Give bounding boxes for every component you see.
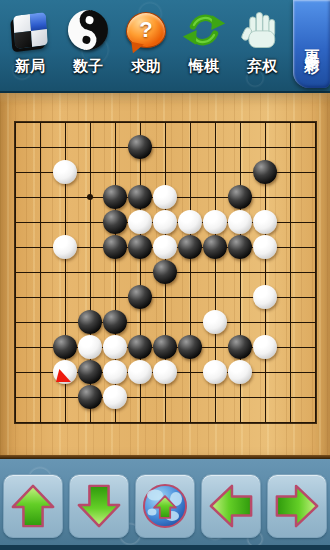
pass-hand-icon (241, 8, 283, 52)
white-stone (253, 210, 277, 234)
arrow-up-icon (10, 483, 56, 529)
white-stone (103, 360, 127, 384)
white-stone (253, 285, 277, 309)
undo-move-label: 悔棋 (189, 56, 219, 76)
black-stone (78, 360, 102, 384)
undo-iconbox (182, 4, 226, 56)
bottom-dark-strip (0, 545, 330, 550)
black-stone (128, 335, 152, 359)
pass-label: 弃权 (247, 56, 277, 76)
black-stone (128, 135, 152, 159)
white-stone (153, 360, 177, 384)
pass-iconbox (241, 4, 283, 56)
arrow-right-icon (274, 483, 320, 529)
black-stone (178, 335, 202, 359)
arrow-down-button[interactable] (69, 474, 129, 538)
top-toolbar: 新局 数子 ? 求助 (0, 0, 330, 93)
white-stone (153, 185, 177, 209)
black-stone (53, 335, 77, 359)
help-label: 求助 (131, 56, 161, 76)
pass-button[interactable]: 弃权 (234, 0, 290, 88)
help-iconbox: ? (126, 4, 166, 56)
arrow-down-icon (76, 483, 122, 529)
white-stone (203, 360, 227, 384)
globe-upload-button[interactable] (135, 474, 195, 538)
arrow-right-button[interactable] (267, 474, 327, 538)
white-stone (153, 235, 177, 259)
black-stone (78, 385, 102, 409)
white-stone (128, 360, 152, 384)
white-stone (253, 335, 277, 359)
white-stone (228, 210, 252, 234)
new-game-board-icon (12, 12, 47, 49)
more-button[interactable]: 更多精彩 (293, 0, 330, 88)
count-iconbox (68, 4, 108, 56)
help-bubble-icon: ? (126, 12, 166, 48)
globe-upload-icon (141, 482, 189, 530)
white-stone (203, 210, 227, 234)
black-stone (228, 335, 252, 359)
question-mark: ? (139, 19, 152, 41)
white-stone (53, 160, 77, 184)
more-button-label: 更多精彩 (302, 38, 321, 50)
count-stones-button[interactable]: 数子 (60, 0, 116, 88)
bottom-toolbar-buttons (3, 474, 327, 538)
white-stone (103, 385, 127, 409)
new-game-iconbox (14, 4, 47, 56)
new-game-button[interactable]: 新局 (2, 0, 58, 88)
black-stone (228, 185, 252, 209)
arrow-left-button[interactable] (201, 474, 261, 538)
white-stone (228, 360, 252, 384)
white-stone (203, 310, 227, 334)
new-game-label: 新局 (15, 56, 45, 76)
black-stone (78, 310, 102, 334)
black-stone (178, 235, 202, 259)
star-point (87, 194, 93, 200)
help-button[interactable]: ? 求助 (118, 0, 174, 88)
undo-move-button[interactable]: 悔棋 (176, 0, 232, 88)
black-stone (228, 235, 252, 259)
arrow-up-button[interactable] (3, 474, 63, 538)
count-stones-label: 数子 (73, 56, 103, 76)
yin-yang-count-icon (65, 7, 111, 53)
white-stone (53, 360, 77, 384)
last-move-marker (56, 369, 71, 382)
white-stone (253, 235, 277, 259)
black-stone (103, 210, 127, 234)
go-app-screen: 新局 数子 ? 求助 (0, 0, 330, 550)
bottom-toolbar (0, 459, 330, 550)
black-stone (153, 335, 177, 359)
black-stone (103, 310, 127, 334)
white-stone (153, 210, 177, 234)
black-stone (153, 260, 177, 284)
black-stone (128, 185, 152, 209)
black-stone (103, 235, 127, 259)
black-stone (203, 235, 227, 259)
white-stone (178, 210, 202, 234)
black-stone (103, 185, 127, 209)
black-stone (253, 160, 277, 184)
black-stone (128, 285, 152, 309)
undo-swap-arrows-icon (182, 8, 226, 52)
arrow-left-icon (208, 483, 254, 529)
white-stone (103, 335, 127, 359)
top-toolbar-buttons: 新局 数子 ? 求助 (2, 0, 290, 93)
go-board[interactable] (0, 93, 330, 459)
white-stone (78, 335, 102, 359)
black-stone (128, 235, 152, 259)
white-stone (53, 235, 77, 259)
white-stone (128, 210, 152, 234)
